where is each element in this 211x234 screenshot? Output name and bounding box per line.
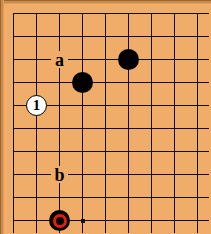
grid-line-h: [13, 220, 209, 221]
circled-black-stone: [49, 210, 70, 231]
point-label-b: b: [51, 166, 68, 183]
go-board-diagram: ab1: [0, 0, 211, 234]
point-label-a: a: [51, 51, 68, 68]
grid-line-v: [36, 13, 37, 233]
grid-line-h: [13, 151, 209, 152]
star-point: [81, 219, 85, 223]
grid-line-h: [13, 82, 209, 83]
board-edge-left: [0, 0, 4, 234]
grid-line-h: [13, 13, 209, 14]
grid-line-h: [13, 197, 209, 198]
white-stone-1: 1: [26, 95, 47, 116]
grid-line-h: [13, 59, 209, 60]
grid-line-h: [13, 128, 209, 129]
grid-line-v: [13, 13, 14, 233]
grid-line-v: [197, 13, 198, 233]
grid-line-v: [128, 13, 129, 233]
grid-line-v: [174, 13, 175, 233]
grid-line-h: [13, 36, 209, 37]
grid-line-v: [151, 13, 152, 233]
grid-line-h: [13, 174, 209, 175]
circle-mark: [53, 214, 67, 228]
grid-line-v: [82, 13, 83, 233]
black-stone: [72, 72, 93, 93]
stone-number: 1: [33, 98, 41, 113]
grid-line-v: [105, 13, 106, 233]
black-stone: [118, 49, 139, 70]
grid-line-v: [59, 13, 60, 233]
board-edge-top: [0, 0, 211, 4]
